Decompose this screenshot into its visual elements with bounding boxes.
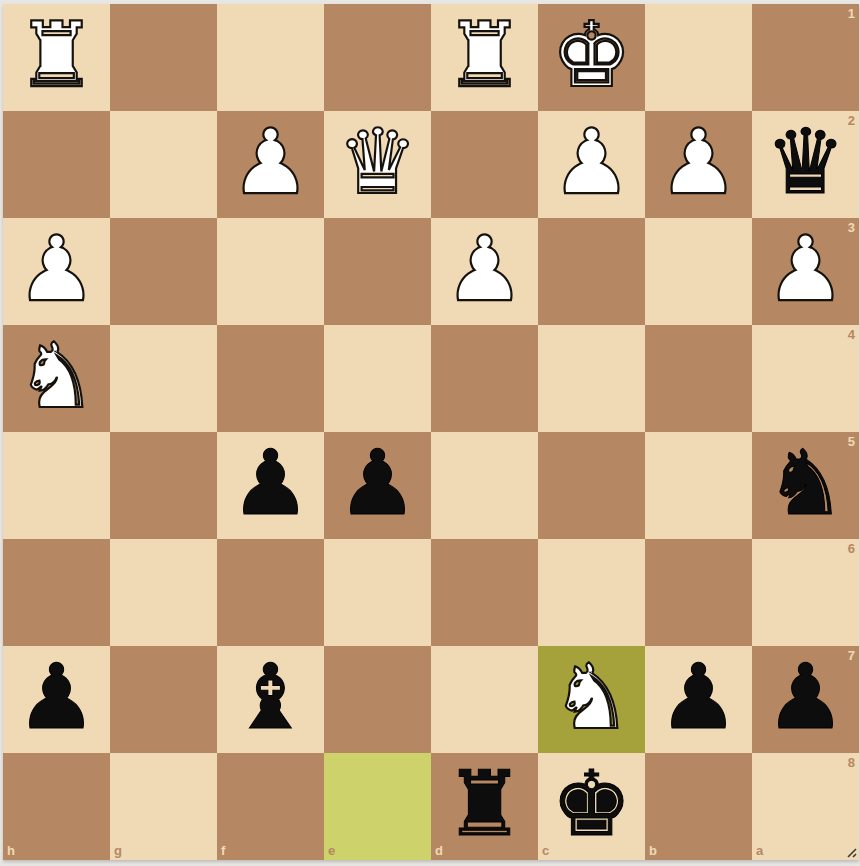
- black-knight-piece[interactable]: ♞: [765, 438, 846, 528]
- white-pawn-piece[interactable]: ♟: [658, 117, 739, 207]
- square-e1[interactable]: [324, 4, 431, 111]
- chess-board: ♜♜♚1♟♛♟♟♛2♟♟♟3♞4♟♟♞56♟♝♞♟♟7hgfe♜d♚cba8: [3, 4, 859, 860]
- square-a7[interactable]: ♟7: [752, 646, 859, 753]
- white-knight-piece[interactable]: ♞: [16, 331, 97, 421]
- square-e8[interactable]: e: [324, 753, 431, 860]
- square-c3[interactable]: [538, 218, 645, 325]
- square-b2[interactable]: ♟: [645, 111, 752, 218]
- black-pawn-piece[interactable]: ♟: [16, 652, 97, 742]
- file-label-c: c: [542, 844, 549, 857]
- square-c7[interactable]: ♞: [538, 646, 645, 753]
- square-h6[interactable]: [3, 539, 110, 646]
- white-pawn-piece[interactable]: ♟: [444, 224, 525, 314]
- rank-label-6: 6: [848, 542, 855, 555]
- white-pawn-piece[interactable]: ♟: [230, 117, 311, 207]
- black-pawn-piece[interactable]: ♟: [337, 438, 418, 528]
- square-b5[interactable]: [645, 432, 752, 539]
- square-a5[interactable]: ♞5: [752, 432, 859, 539]
- file-label-g: g: [114, 844, 122, 857]
- square-c8[interactable]: ♚c: [538, 753, 645, 860]
- square-g4[interactable]: [110, 325, 217, 432]
- square-h8[interactable]: h: [3, 753, 110, 860]
- square-h1[interactable]: ♜: [3, 4, 110, 111]
- rank-label-1: 1: [848, 7, 855, 20]
- black-queen-piece[interactable]: ♛: [765, 117, 846, 207]
- white-pawn-piece[interactable]: ♟: [765, 224, 846, 314]
- square-g8[interactable]: g: [110, 753, 217, 860]
- square-a1[interactable]: 1: [752, 4, 859, 111]
- rank-label-8: 8: [848, 756, 855, 769]
- black-king-piece[interactable]: ♚: [551, 759, 632, 849]
- white-rook-piece[interactable]: ♜: [16, 10, 97, 100]
- rank-label-2: 2: [848, 114, 855, 127]
- file-label-e: e: [328, 844, 335, 857]
- white-king-piece[interactable]: ♚: [551, 10, 632, 100]
- square-e6[interactable]: [324, 539, 431, 646]
- black-pawn-piece[interactable]: ♟: [230, 438, 311, 528]
- black-pawn-piece[interactable]: ♟: [765, 652, 846, 742]
- square-b7[interactable]: ♟: [645, 646, 752, 753]
- square-g5[interactable]: [110, 432, 217, 539]
- square-c1[interactable]: ♚: [538, 4, 645, 111]
- square-g2[interactable]: [110, 111, 217, 218]
- square-f4[interactable]: [217, 325, 324, 432]
- white-pawn-piece[interactable]: ♟: [16, 224, 97, 314]
- rank-label-4: 4: [848, 328, 855, 341]
- square-b4[interactable]: [645, 325, 752, 432]
- square-e7[interactable]: [324, 646, 431, 753]
- file-label-a: a: [756, 844, 763, 857]
- square-f6[interactable]: [217, 539, 324, 646]
- square-h3[interactable]: ♟: [3, 218, 110, 325]
- square-e2[interactable]: ♛: [324, 111, 431, 218]
- square-d2[interactable]: [431, 111, 538, 218]
- rank-label-7: 7: [848, 649, 855, 662]
- square-e5[interactable]: ♟: [324, 432, 431, 539]
- square-f3[interactable]: [217, 218, 324, 325]
- square-a6[interactable]: 6: [752, 539, 859, 646]
- square-f1[interactable]: [217, 4, 324, 111]
- square-f5[interactable]: ♟: [217, 432, 324, 539]
- square-h4[interactable]: ♞: [3, 325, 110, 432]
- square-b1[interactable]: [645, 4, 752, 111]
- square-b8[interactable]: b: [645, 753, 752, 860]
- square-g1[interactable]: [110, 4, 217, 111]
- square-h2[interactable]: [3, 111, 110, 218]
- square-b3[interactable]: [645, 218, 752, 325]
- black-pawn-piece[interactable]: ♟: [658, 652, 739, 742]
- square-e3[interactable]: [324, 218, 431, 325]
- board-resize-handle-icon[interactable]: [843, 844, 858, 859]
- square-c2[interactable]: ♟: [538, 111, 645, 218]
- square-a2[interactable]: ♛2: [752, 111, 859, 218]
- white-knight-piece[interactable]: ♞: [551, 652, 632, 742]
- file-label-d: d: [435, 844, 443, 857]
- black-rook-piece[interactable]: ♜: [444, 759, 525, 849]
- square-d5[interactable]: [431, 432, 538, 539]
- white-queen-piece[interactable]: ♛: [337, 117, 418, 207]
- square-d8[interactable]: ♜d: [431, 753, 538, 860]
- white-pawn-piece[interactable]: ♟: [551, 117, 632, 207]
- square-g7[interactable]: [110, 646, 217, 753]
- square-f2[interactable]: ♟: [217, 111, 324, 218]
- file-label-h: h: [7, 844, 15, 857]
- file-label-b: b: [649, 844, 657, 857]
- black-bishop-piece[interactable]: ♝: [230, 652, 311, 742]
- square-d4[interactable]: [431, 325, 538, 432]
- square-d7[interactable]: [431, 646, 538, 753]
- square-f7[interactable]: ♝: [217, 646, 324, 753]
- square-h7[interactable]: ♟: [3, 646, 110, 753]
- square-c4[interactable]: [538, 325, 645, 432]
- square-a3[interactable]: ♟3: [752, 218, 859, 325]
- square-c6[interactable]: [538, 539, 645, 646]
- rank-label-5: 5: [848, 435, 855, 448]
- square-a8[interactable]: a8: [752, 753, 859, 860]
- square-d1[interactable]: ♜: [431, 4, 538, 111]
- square-h5[interactable]: [3, 432, 110, 539]
- square-g3[interactable]: [110, 218, 217, 325]
- square-a4[interactable]: 4: [752, 325, 859, 432]
- square-c5[interactable]: [538, 432, 645, 539]
- square-d6[interactable]: [431, 539, 538, 646]
- white-rook-piece[interactable]: ♜: [444, 10, 525, 100]
- square-e4[interactable]: [324, 325, 431, 432]
- square-d3[interactable]: ♟: [431, 218, 538, 325]
- square-f8[interactable]: f: [217, 753, 324, 860]
- square-b6[interactable]: [645, 539, 752, 646]
- file-label-f: f: [221, 844, 225, 857]
- square-g6[interactable]: [110, 539, 217, 646]
- rank-label-3: 3: [848, 221, 855, 234]
